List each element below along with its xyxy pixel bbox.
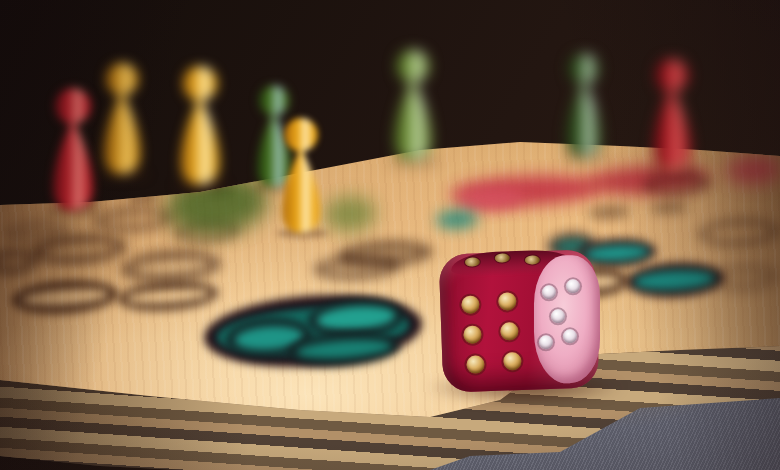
die-pip [539, 335, 553, 349]
pawn-yellow-front [270, 110, 332, 244]
die-pip [463, 325, 482, 344]
pawn-green-back [383, 48, 443, 166]
die [439, 249, 600, 392]
pawns-layer [0, 0, 780, 470]
die-pip [498, 292, 517, 311]
ludo-board-photo [0, 0, 780, 470]
pawn-red-right [642, 50, 702, 182]
die-pip [566, 279, 580, 293]
pawn-yellow-back-left [92, 52, 152, 188]
pawn-green-right [556, 44, 612, 170]
die-pip [551, 309, 565, 323]
die-pip [563, 329, 577, 343]
die-face-front-six [439, 251, 540, 392]
die-pip [542, 285, 556, 299]
die-pip [461, 295, 480, 314]
pawn-yellow-left [168, 56, 232, 198]
die-face-right-five [534, 255, 600, 383]
die-pip [466, 355, 485, 374]
die-pip [503, 352, 522, 371]
die-body [439, 249, 600, 392]
die-pip [500, 322, 519, 341]
